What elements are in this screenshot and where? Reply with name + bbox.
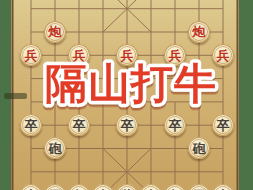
piece-label: 車 bbox=[25, 189, 38, 190]
piece-grid: 車馬相仕帥仕相馬車炮炮兵兵兵兵兵卒卒卒卒卒砲砲車馬象士將士象馬車 bbox=[19, 0, 235, 190]
game-screen: 車馬相仕帥仕相馬車炮炮兵兵兵兵兵卒卒卒卒卒砲砲車馬象士將士象馬車 隔山打牛 bbox=[0, 0, 253, 190]
piece-black-soldier[interactable]: 卒 bbox=[164, 114, 186, 136]
piece-black-advisor[interactable]: 士 bbox=[140, 184, 162, 190]
piece-black-soldier[interactable]: 卒 bbox=[116, 114, 138, 136]
piece-label: 卒 bbox=[121, 119, 134, 132]
piece-black-cannon[interactable]: 砲 bbox=[188, 137, 210, 159]
piece-black-soldier[interactable]: 卒 bbox=[20, 114, 42, 136]
piece-red-soldier[interactable]: 兵 bbox=[20, 44, 42, 66]
piece-black-chariot[interactable]: 車 bbox=[20, 184, 42, 190]
piece-label: 兵 bbox=[169, 49, 182, 62]
piece-black-horse[interactable]: 馬 bbox=[44, 184, 66, 190]
piece-red-cannon[interactable]: 炮 bbox=[44, 21, 66, 43]
piece-black-chariot[interactable]: 車 bbox=[212, 184, 234, 190]
piece-label: 卒 bbox=[25, 119, 38, 132]
piece-label: 兵 bbox=[73, 49, 86, 62]
piece-label: 象 bbox=[169, 189, 182, 190]
piece-label: 炮 bbox=[193, 25, 206, 38]
piece-red-cannon[interactable]: 炮 bbox=[188, 21, 210, 43]
piece-label: 兵 bbox=[25, 49, 38, 62]
piece-label: 砲 bbox=[193, 142, 206, 155]
piece-red-soldier[interactable]: 兵 bbox=[164, 44, 186, 66]
piece-label: 象 bbox=[73, 189, 86, 190]
piece-red-soldier[interactable]: 兵 bbox=[116, 44, 138, 66]
piece-label: 車 bbox=[217, 189, 230, 190]
piece-label: 士 bbox=[97, 189, 110, 190]
piece-label: 將 bbox=[121, 189, 134, 190]
piece-label: 卒 bbox=[169, 119, 182, 132]
piece-red-soldier[interactable]: 兵 bbox=[212, 44, 234, 66]
piece-label: 炮 bbox=[49, 25, 62, 38]
piece-black-advisor[interactable]: 士 bbox=[92, 184, 114, 190]
piece-black-soldier[interactable]: 卒 bbox=[68, 114, 90, 136]
piece-label: 士 bbox=[145, 189, 158, 190]
piece-label: 砲 bbox=[49, 142, 62, 155]
piece-black-horse[interactable]: 馬 bbox=[188, 184, 210, 190]
piece-black-soldier[interactable]: 卒 bbox=[212, 114, 234, 136]
piece-red-soldier[interactable]: 兵 bbox=[68, 44, 90, 66]
piece-black-elephant[interactable]: 象 bbox=[68, 184, 90, 190]
piece-label: 馬 bbox=[193, 189, 206, 190]
piece-black-elephant[interactable]: 象 bbox=[164, 184, 186, 190]
piece-label: 卒 bbox=[73, 119, 86, 132]
piece-black-cannon[interactable]: 砲 bbox=[44, 137, 66, 159]
piece-label: 卒 bbox=[217, 119, 230, 132]
piece-label: 兵 bbox=[121, 49, 134, 62]
piece-label: 馬 bbox=[49, 189, 62, 190]
watermark-smudge bbox=[4, 93, 27, 99]
piece-black-king[interactable]: 將 bbox=[116, 184, 138, 190]
piece-label: 兵 bbox=[217, 49, 230, 62]
